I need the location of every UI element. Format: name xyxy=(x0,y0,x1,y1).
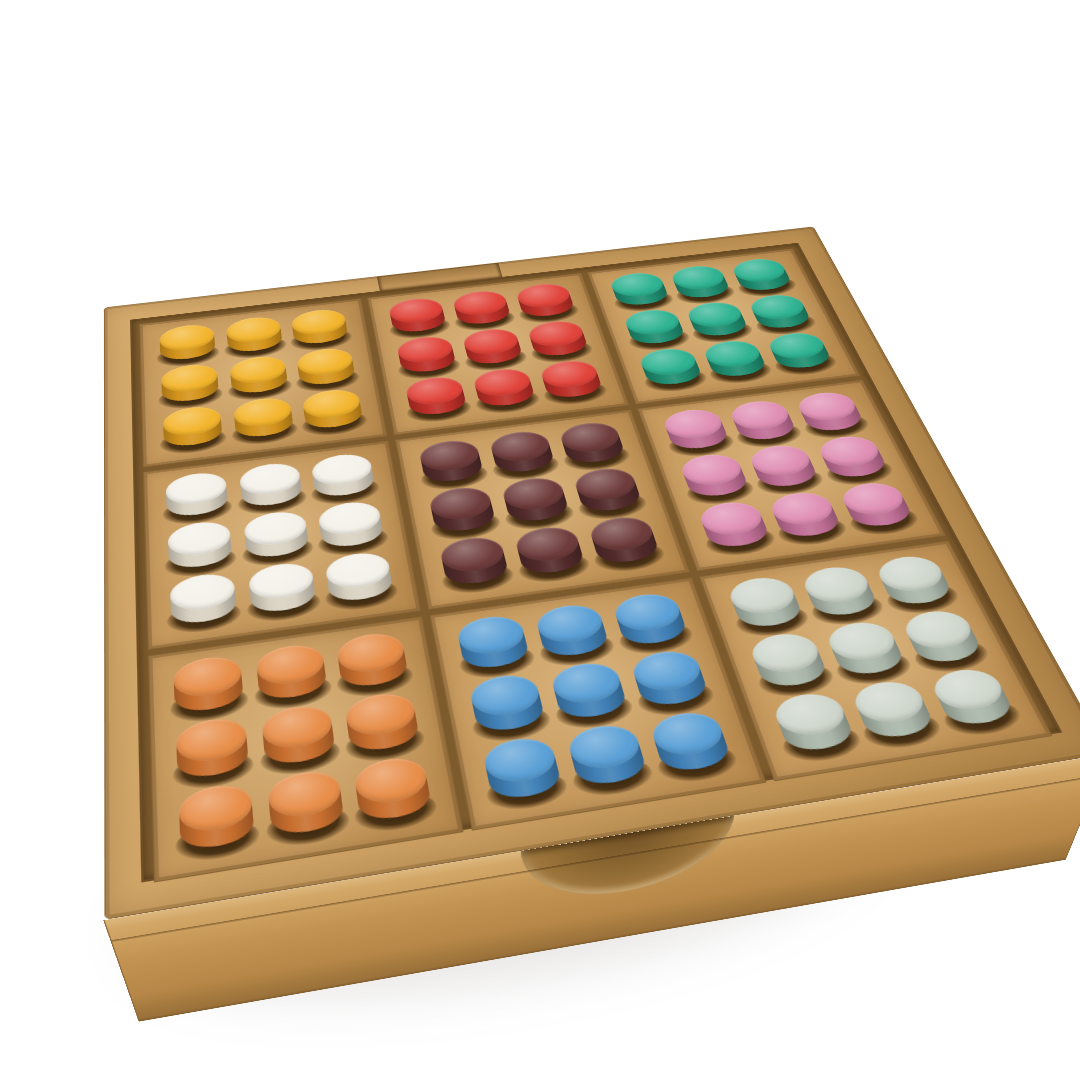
peg-top xyxy=(565,721,644,772)
peg-hole xyxy=(516,550,593,586)
peg-white[interactable] xyxy=(168,571,238,636)
peg-top xyxy=(696,499,767,538)
peg-maroon[interactable] xyxy=(487,429,559,483)
peg-red[interactable] xyxy=(395,334,460,381)
peg-top xyxy=(611,591,685,635)
peg-maroon[interactable] xyxy=(571,465,647,522)
peg-top xyxy=(746,630,824,676)
peg-hole xyxy=(353,788,440,836)
board-cell xyxy=(473,733,574,815)
peg-hole xyxy=(777,722,865,766)
board-cell xyxy=(240,559,325,625)
peg-orange[interactable] xyxy=(174,715,251,793)
peg-red[interactable] xyxy=(460,326,526,373)
peg-white[interactable] xyxy=(164,470,230,527)
peg-top xyxy=(500,475,567,513)
compartment-middle-left xyxy=(143,440,421,649)
peg-hole xyxy=(569,754,657,800)
compartment-middle-right xyxy=(637,380,946,572)
peg-cylinder-side xyxy=(174,671,244,715)
peg-top xyxy=(769,690,850,739)
peg-maroon[interactable] xyxy=(499,475,574,533)
peg-top xyxy=(873,553,949,595)
peg-white[interactable] xyxy=(238,461,305,518)
board-cell xyxy=(580,513,671,575)
peg-cylinder-side xyxy=(347,708,421,754)
peg-red[interactable] xyxy=(471,366,540,416)
peg-cylinder-side xyxy=(472,689,547,734)
peg-orange[interactable] xyxy=(259,702,338,779)
peg-cylinder-side xyxy=(844,494,915,529)
peg-red[interactable] xyxy=(387,296,450,341)
peg-top xyxy=(438,534,507,575)
peg-top xyxy=(468,671,543,719)
peg-pink[interactable] xyxy=(814,433,895,487)
board-cell xyxy=(532,357,613,407)
peg-top xyxy=(353,754,430,807)
compartment-middle-center xyxy=(395,409,689,609)
peg-cylinder-side xyxy=(356,774,433,823)
peg-cylinder-side xyxy=(431,499,497,534)
peg-orange[interactable] xyxy=(265,767,347,850)
peg-top xyxy=(344,690,418,739)
peg-maroon[interactable] xyxy=(437,534,513,596)
product-photo-scene xyxy=(0,0,1080,1080)
board-cell xyxy=(317,549,403,614)
peg-white[interactable] xyxy=(242,509,311,569)
peg-top xyxy=(325,550,393,592)
peg-orange[interactable] xyxy=(177,781,257,865)
peg-top xyxy=(455,613,528,658)
peg-orange[interactable] xyxy=(352,754,436,835)
peg-hole xyxy=(166,598,242,636)
peg-top xyxy=(899,607,978,652)
peg-cylinder-side xyxy=(170,587,237,627)
peg-cylinder-side xyxy=(731,590,805,630)
peg-maroon[interactable] xyxy=(556,420,630,473)
peg-top xyxy=(243,509,308,548)
peg-hole xyxy=(846,504,924,538)
peg-cylinder-side xyxy=(517,539,586,576)
peg-top xyxy=(587,514,657,554)
peg-top xyxy=(173,653,243,700)
board-cell xyxy=(162,570,245,637)
board-cell xyxy=(465,366,544,417)
peg-orange[interactable] xyxy=(343,690,424,765)
peg-blue[interactable] xyxy=(564,721,653,799)
peg-maroon[interactable] xyxy=(586,514,665,575)
peg-blue[interactable] xyxy=(627,647,714,719)
peg-cylinder-side xyxy=(616,607,689,648)
peg-yellow[interactable] xyxy=(224,315,284,361)
peg-top xyxy=(513,524,582,564)
peg-white[interactable] xyxy=(166,519,234,580)
peg-green[interactable] xyxy=(764,330,838,377)
peg-cylinder-side xyxy=(176,734,249,781)
peg-top xyxy=(428,484,494,522)
peg-yellow[interactable] xyxy=(162,404,225,456)
peg-hole xyxy=(324,577,400,614)
peg-top xyxy=(260,702,333,752)
board-cell xyxy=(226,395,301,448)
peg-green[interactable] xyxy=(607,271,674,314)
peg-cylinder-side xyxy=(880,569,955,608)
peg-cylinder-side xyxy=(249,576,316,615)
peg-cylinder-side xyxy=(806,579,881,618)
peg-cylinder-side xyxy=(442,549,511,587)
peg-cylinder-side xyxy=(338,647,409,690)
peg-cylinder-side xyxy=(244,524,309,560)
peg-hole xyxy=(938,697,1027,740)
peg-pink[interactable] xyxy=(659,407,734,460)
peg-red[interactable] xyxy=(537,358,607,407)
peg-hole xyxy=(591,540,668,575)
peg-blue[interactable] xyxy=(646,709,737,786)
wooden-box xyxy=(104,226,1080,920)
compartment-bottom-left xyxy=(148,616,464,882)
peg-hole xyxy=(653,741,741,786)
peg-top xyxy=(165,470,227,507)
board-cell xyxy=(640,708,745,787)
peg-cylinder-side xyxy=(753,647,830,690)
peg-cylinder-side xyxy=(256,659,327,702)
board-cell xyxy=(156,403,230,457)
peg-cylinder-side xyxy=(701,514,771,550)
peg-top xyxy=(927,666,1010,714)
peg-blue[interactable] xyxy=(610,590,694,657)
peg-cylinder-side xyxy=(830,636,908,678)
peg-hole xyxy=(265,802,351,850)
peg-cylinder-side xyxy=(773,504,844,540)
peg-green[interactable] xyxy=(668,264,736,307)
peg-hole xyxy=(440,560,517,596)
peg-maroon[interactable] xyxy=(417,438,488,493)
peg-cylinder-side xyxy=(168,534,232,571)
peg-blue[interactable] xyxy=(548,659,634,732)
peg-white[interactable] xyxy=(310,451,379,507)
board-cell xyxy=(258,766,354,851)
peg-cylinder-side xyxy=(262,721,336,767)
peg-top xyxy=(169,571,235,614)
peg-pink[interactable] xyxy=(793,390,871,441)
peg-top xyxy=(255,642,326,689)
peg-yellow[interactable] xyxy=(232,395,296,447)
peg-top xyxy=(767,489,839,527)
peg-hole xyxy=(484,768,571,814)
peg-cylinder-side xyxy=(936,683,1017,727)
peg-top xyxy=(725,574,800,617)
peg-yellow[interactable] xyxy=(160,362,221,411)
peg-cylinder-side xyxy=(320,513,385,549)
peg-top xyxy=(837,480,909,518)
peg-cylinder-side xyxy=(179,801,255,852)
peg-top xyxy=(647,709,727,759)
peg-blue[interactable] xyxy=(480,734,567,813)
peg-white[interactable] xyxy=(317,499,388,559)
peg-yellow[interactable] xyxy=(158,322,217,368)
peg-hole xyxy=(246,587,322,625)
peg-top xyxy=(549,659,625,707)
peg-blue[interactable] xyxy=(532,602,614,670)
peg-orange[interactable] xyxy=(172,653,246,725)
peg-pink[interactable] xyxy=(676,451,754,507)
peg-cylinder-side xyxy=(776,708,856,754)
peg-cylinder-side xyxy=(485,754,563,802)
peg-cylinder-side xyxy=(268,787,344,837)
board-cell xyxy=(345,753,443,837)
peg-top xyxy=(481,734,559,786)
peg-top xyxy=(533,602,606,646)
peg-top xyxy=(849,678,931,727)
compartment-top-right xyxy=(587,248,861,404)
peg-cylinder-side xyxy=(538,618,611,659)
peg-maroon[interactable] xyxy=(512,524,590,585)
peg-orange[interactable] xyxy=(335,630,413,700)
board-cell xyxy=(431,533,519,597)
peg-cylinder-side xyxy=(591,529,661,566)
peg-red[interactable] xyxy=(403,374,470,424)
peg-cylinder-side xyxy=(907,624,985,665)
peg-green[interactable] xyxy=(746,292,817,336)
peg-maroon[interactable] xyxy=(427,484,500,542)
board-cell xyxy=(398,374,476,426)
peg-top xyxy=(318,499,383,538)
peg-top xyxy=(167,519,231,559)
peg-yellow[interactable] xyxy=(228,354,290,403)
peg-orange[interactable] xyxy=(254,641,330,712)
peg-red[interactable] xyxy=(525,319,593,365)
peg-cylinder-side xyxy=(570,740,649,787)
peg-cylinder-side xyxy=(634,665,710,708)
peg-blue[interactable] xyxy=(454,613,535,682)
peg-white[interactable] xyxy=(246,560,318,624)
peg-hole xyxy=(858,709,946,752)
peg-green[interactable] xyxy=(621,307,690,352)
peg-yellow[interactable] xyxy=(295,346,358,394)
peg-top xyxy=(799,564,875,606)
compartment-top-left xyxy=(139,298,388,467)
peg-top xyxy=(336,630,407,676)
peg-red[interactable] xyxy=(450,289,514,333)
peg-hole xyxy=(774,514,852,548)
compartment-top-center xyxy=(367,273,629,435)
peg-white[interactable] xyxy=(324,550,398,614)
peg-hole xyxy=(701,524,778,559)
peg-cylinder-side xyxy=(653,727,732,774)
peg-hole xyxy=(175,816,261,865)
board-cell xyxy=(170,780,264,866)
peg-yellow[interactable] xyxy=(290,307,351,352)
peg-cylinder-side xyxy=(857,696,938,741)
peg-green[interactable] xyxy=(729,257,798,299)
peg-red[interactable] xyxy=(513,281,578,325)
peg-top xyxy=(628,648,705,695)
peg-top xyxy=(823,619,902,664)
board-cell xyxy=(295,386,371,438)
peg-cylinder-side xyxy=(553,677,629,721)
peg-cylinder-side xyxy=(327,565,395,603)
peg-yellow[interactable] xyxy=(301,387,366,438)
peg-cylinder-side xyxy=(459,630,531,672)
peg-blue[interactable] xyxy=(467,671,551,745)
peg-green[interactable] xyxy=(636,346,708,394)
peg-top xyxy=(248,560,315,602)
